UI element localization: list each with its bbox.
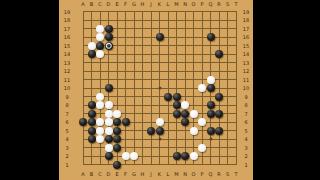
hoshi-point bbox=[158, 87, 161, 90]
white-stone-D5[interactable] bbox=[105, 127, 113, 135]
left-coord-number: 16 bbox=[64, 35, 70, 40]
black-stone-N7[interactable] bbox=[181, 110, 189, 118]
white-stone-P3[interactable] bbox=[198, 144, 206, 152]
bottom-coord-letter: P bbox=[200, 172, 203, 177]
black-stone-B14[interactable] bbox=[88, 50, 96, 58]
right-coord-number: 8 bbox=[244, 103, 247, 108]
black-stone-K5[interactable] bbox=[156, 127, 164, 135]
black-stone-Q7[interactable] bbox=[207, 110, 215, 118]
right-coord-number: 15 bbox=[243, 43, 249, 48]
top-coord-letter: T bbox=[234, 1, 237, 6]
top-coord-letter: F bbox=[124, 1, 127, 6]
black-stone-D15[interactable] bbox=[105, 42, 113, 50]
left-coord-number: 7 bbox=[65, 111, 68, 116]
left-coord-number: 14 bbox=[64, 52, 70, 57]
white-stone-G2[interactable] bbox=[130, 152, 138, 160]
right-coord-number: 3 bbox=[244, 145, 247, 150]
white-stone-O2[interactable] bbox=[190, 152, 198, 160]
left-coord-number: 8 bbox=[65, 103, 68, 108]
black-stone-Q16[interactable] bbox=[207, 33, 215, 41]
white-stone-D6[interactable] bbox=[105, 118, 113, 126]
right-coord-number: 9 bbox=[244, 94, 247, 99]
white-stone-C17[interactable] bbox=[96, 25, 104, 33]
black-stone-C15[interactable] bbox=[96, 42, 104, 50]
top-coord-letter: S bbox=[226, 1, 229, 6]
black-stone-M9[interactable] bbox=[173, 93, 181, 101]
black-stone-R7[interactable] bbox=[215, 110, 223, 118]
white-stone-N8[interactable] bbox=[181, 101, 189, 109]
black-stone-E4[interactable] bbox=[113, 135, 121, 143]
right-coord-number: 2 bbox=[244, 154, 247, 159]
left-coord-number: 15 bbox=[64, 43, 70, 48]
top-coord-letter: R bbox=[217, 1, 220, 6]
right-coord-number: 6 bbox=[244, 120, 247, 125]
top-coord-letter: N bbox=[183, 1, 187, 6]
top-coord-letter: L bbox=[167, 1, 170, 6]
left-coord-number: 13 bbox=[64, 60, 70, 65]
white-stone-B15[interactable] bbox=[88, 42, 96, 50]
right-coord-number: 5 bbox=[244, 128, 247, 133]
right-coord-number: 18 bbox=[243, 18, 249, 23]
left-coord-number: 4 bbox=[65, 137, 68, 142]
bottom-coord-letter: H bbox=[141, 172, 145, 177]
black-stone-Q10[interactable] bbox=[207, 84, 215, 92]
top-coord-letter: K bbox=[158, 1, 161, 6]
black-stone-E3[interactable] bbox=[113, 144, 121, 152]
right-coord-number: 17 bbox=[243, 26, 249, 31]
bottom-coord-letter: O bbox=[192, 172, 196, 177]
left-coord-number: 11 bbox=[64, 77, 70, 82]
bottom-coord-letter: T bbox=[234, 172, 237, 177]
left-coord-number: 17 bbox=[64, 26, 70, 31]
top-coord-letter: B bbox=[90, 1, 93, 6]
white-stone-C5[interactable] bbox=[96, 127, 104, 135]
white-stone-D7[interactable] bbox=[105, 110, 113, 118]
top-coord-letter: A bbox=[81, 1, 84, 6]
white-stone-Q11[interactable] bbox=[207, 76, 215, 84]
white-stone-O5[interactable] bbox=[190, 127, 198, 135]
left-coord-number: 6 bbox=[65, 120, 68, 125]
white-stone-C6[interactable] bbox=[96, 118, 104, 126]
top-coord-letter: Q bbox=[209, 1, 213, 6]
left-coord-number: 18 bbox=[64, 18, 70, 23]
white-stone-F2[interactable] bbox=[122, 152, 130, 160]
black-stone-D10[interactable] bbox=[105, 84, 113, 92]
black-stone-B8[interactable] bbox=[88, 101, 96, 109]
black-stone-M2[interactable] bbox=[173, 152, 181, 160]
top-coord-letter: D bbox=[107, 1, 111, 6]
right-coord-number: 1 bbox=[244, 162, 247, 167]
black-stone-A6[interactable] bbox=[79, 118, 87, 126]
bottom-coord-letter: N bbox=[183, 172, 187, 177]
right-coord-number: 12 bbox=[243, 69, 249, 74]
white-stone-C14[interactable] bbox=[96, 50, 104, 58]
black-stone-E1[interactable] bbox=[113, 161, 121, 169]
bottom-coord-letter: D bbox=[107, 172, 111, 177]
right-coord-number: 14 bbox=[243, 52, 249, 57]
top-coord-letter: E bbox=[115, 1, 118, 6]
black-stone-R14[interactable] bbox=[215, 50, 223, 58]
bottom-coord-letter: K bbox=[158, 172, 161, 177]
black-stone-D17[interactable] bbox=[105, 25, 113, 33]
white-stone-C8[interactable] bbox=[96, 101, 104, 109]
bottom-coord-letter: F bbox=[124, 172, 127, 177]
white-stone-P6[interactable] bbox=[198, 118, 206, 126]
white-stone-D8[interactable] bbox=[105, 101, 113, 109]
black-stone-N6[interactable] bbox=[181, 118, 189, 126]
black-stone-R5[interactable] bbox=[215, 127, 223, 135]
black-stone-E5[interactable] bbox=[113, 127, 121, 135]
bottom-coord-letter: A bbox=[81, 172, 84, 177]
black-stone-R9[interactable] bbox=[215, 93, 223, 101]
bottom-coord-letter: J bbox=[150, 172, 151, 177]
right-coord-number: 13 bbox=[243, 60, 249, 65]
grid-line-v bbox=[176, 11, 177, 165]
right-coord-number: 10 bbox=[243, 86, 249, 91]
black-stone-J5[interactable] bbox=[147, 127, 155, 135]
grid-line-v bbox=[236, 11, 237, 165]
grid-line-v bbox=[193, 11, 194, 165]
top-coord-letter: J bbox=[150, 1, 151, 6]
left-coord-number: 19 bbox=[64, 9, 70, 14]
top-coord-letter: M bbox=[174, 1, 178, 6]
black-stone-N2[interactable] bbox=[181, 152, 189, 160]
black-stone-D16[interactable] bbox=[105, 33, 113, 41]
black-stone-B5[interactable] bbox=[88, 127, 96, 135]
black-stone-B6[interactable] bbox=[88, 118, 96, 126]
left-coord-number: 3 bbox=[65, 145, 68, 150]
grid-line-h bbox=[83, 164, 237, 165]
black-stone-M7[interactable] bbox=[173, 110, 181, 118]
black-stone-F6[interactable] bbox=[122, 118, 130, 126]
right-coord-number: 11 bbox=[243, 77, 249, 82]
black-stone-B7[interactable] bbox=[88, 110, 96, 118]
black-stone-D4[interactable] bbox=[105, 135, 113, 143]
bottom-coord-letter: C bbox=[98, 172, 102, 177]
grid-line-v bbox=[219, 11, 220, 165]
white-stone-P10[interactable] bbox=[198, 84, 206, 92]
right-coord-number: 19 bbox=[243, 9, 249, 14]
top-coord-letter: C bbox=[98, 1, 102, 6]
bottom-coord-letter: M bbox=[174, 172, 178, 177]
last-move-marker bbox=[105, 42, 111, 48]
top-coord-letter: O bbox=[192, 1, 196, 6]
grid-line-v bbox=[168, 11, 169, 165]
hoshi-point bbox=[158, 138, 161, 141]
go-app-screen: AABBCCDDEEFFGGHHJJKKLLMMNNOOPPQQRRSSTT19… bbox=[0, 0, 320, 180]
top-coord-letter: G bbox=[132, 1, 136, 6]
bottom-coord-letter: B bbox=[90, 172, 93, 177]
left-coord-number: 5 bbox=[65, 128, 68, 133]
bottom-coord-letter: E bbox=[115, 172, 118, 177]
right-coord-number: 4 bbox=[244, 137, 247, 142]
bottom-coord-letter: Q bbox=[209, 172, 213, 177]
top-coord-letter: H bbox=[141, 1, 145, 6]
bottom-coord-letter: S bbox=[226, 172, 229, 177]
hoshi-point bbox=[209, 138, 212, 141]
black-stone-E6[interactable] bbox=[113, 118, 121, 126]
bottom-coord-letter: L bbox=[167, 172, 170, 177]
bottom-coord-letter: R bbox=[217, 172, 220, 177]
black-stone-Q5[interactable] bbox=[207, 127, 215, 135]
black-stone-K16[interactable] bbox=[156, 33, 164, 41]
left-coord-number: 9 bbox=[65, 94, 68, 99]
top-coord-letter: P bbox=[200, 1, 203, 6]
black-stone-Q8[interactable] bbox=[207, 101, 215, 109]
bottom-coord-letter: G bbox=[132, 172, 136, 177]
white-stone-D3[interactable] bbox=[105, 144, 113, 152]
white-stone-K6[interactable] bbox=[156, 118, 164, 126]
right-coord-number: 7 bbox=[244, 111, 247, 116]
white-stone-O7[interactable] bbox=[190, 110, 198, 118]
white-stone-E7[interactable] bbox=[113, 110, 121, 118]
grid-line-v bbox=[185, 11, 186, 165]
white-stone-C4[interactable] bbox=[96, 135, 104, 143]
left-coord-number: 1 bbox=[65, 162, 68, 167]
white-stone-C9[interactable] bbox=[96, 93, 104, 101]
grid-line-h bbox=[83, 96, 237, 97]
goban-board[interactable]: AABBCCDDEEFFGGHHJJKKLLMMNNOOPPQQRRSSTT19… bbox=[59, 0, 253, 180]
black-stone-D2[interactable] bbox=[105, 152, 113, 160]
black-stone-B4[interactable] bbox=[88, 135, 96, 143]
grid-line-v bbox=[227, 11, 228, 165]
left-coord-number: 12 bbox=[64, 69, 70, 74]
black-stone-L9[interactable] bbox=[164, 93, 172, 101]
black-stone-M8[interactable] bbox=[173, 101, 181, 109]
right-coord-number: 16 bbox=[243, 35, 249, 40]
left-coord-number: 2 bbox=[65, 154, 68, 159]
left-coord-number: 10 bbox=[64, 86, 70, 91]
white-stone-C16[interactable] bbox=[96, 33, 104, 41]
